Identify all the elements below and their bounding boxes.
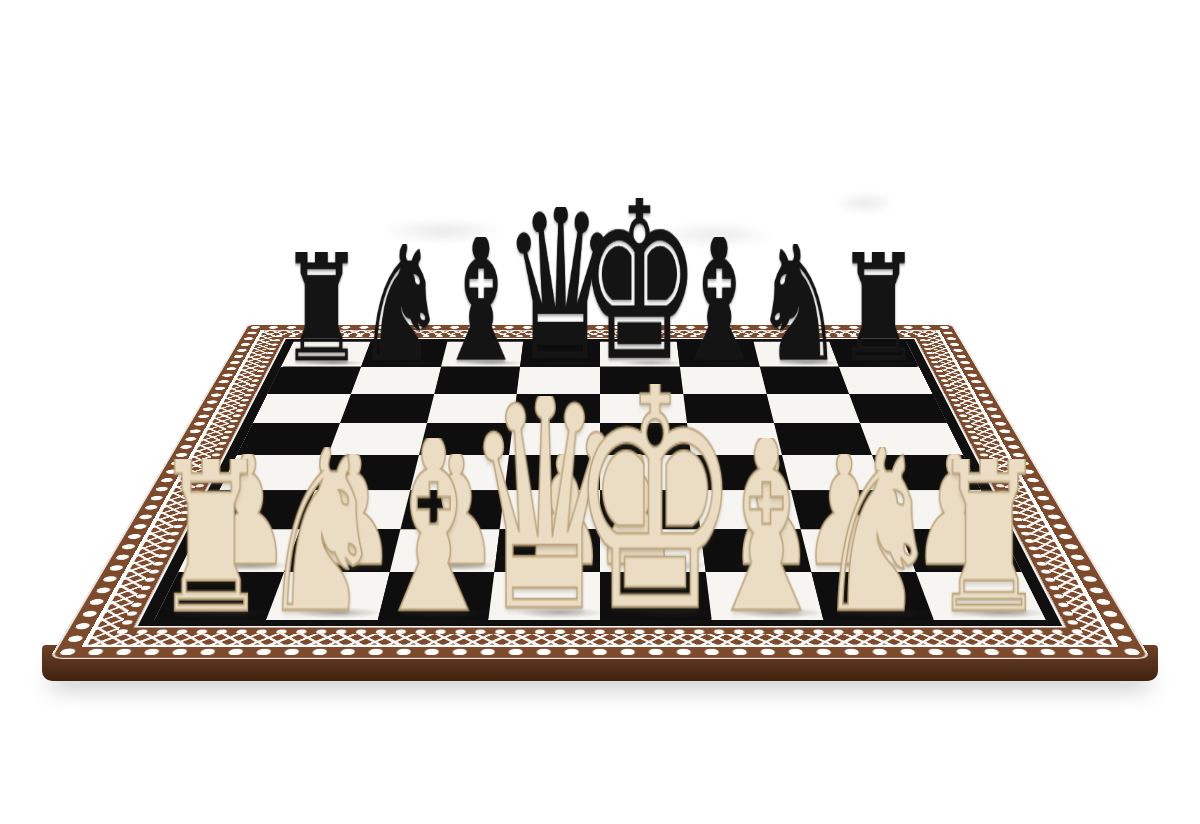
piece-white-bishop-c1[interactable]: ♝ (368, 438, 500, 617)
square-f1[interactable]: ♝ (705, 572, 822, 620)
frame-inlay-leaf-band: ♜♞♝♛♚♝♞♜♟♟♟♟♟♟♟♟♜♞♝♛♚♝♞♜ (85, 330, 1116, 646)
square-g8[interactable]: ♞ (753, 342, 839, 367)
chessboard-grid: ♜♞♝♛♚♝♞♜♟♟♟♟♟♟♟♟♜♞♝♛♚♝♞♜ (154, 342, 1045, 620)
piece-white-bishop-f1[interactable]: ♝ (701, 438, 833, 617)
piece-black-knight-g8[interactable]: ♞ (754, 244, 843, 365)
piece-black-rook-a8[interactable]: ♜ (280, 252, 363, 365)
playfield-edging: ♜♞♝♛♚♝♞♜♟♟♟♟♟♟♟♟♜♞♝♛♚♝♞♜ (138, 339, 1063, 626)
square-e1[interactable]: ♚ (600, 572, 711, 620)
piece-black-rook-h8[interactable]: ♜ (837, 252, 920, 365)
square-h7[interactable] (839, 367, 932, 394)
square-h8[interactable]: ♜ (830, 342, 919, 367)
square-a7[interactable] (268, 367, 361, 394)
board-perspective-wrap: ♜♞♝♛♚♝♞♜♟♟♟♟♟♟♟♟♜♞♝♛♚♝♞♜ (0, 0, 1200, 824)
piece-white-rook-a1[interactable]: ♜ (154, 459, 270, 616)
piece-white-rook-h1[interactable]: ♜ (931, 459, 1047, 616)
square-g1[interactable]: ♞ (811, 572, 934, 620)
square-c1[interactable]: ♝ (377, 572, 494, 620)
square-a8[interactable]: ♜ (281, 342, 370, 367)
board-frame: ♜♞♝♛♚♝♞♜♟♟♟♟♟♟♟♟♜♞♝♛♚♝♞♜ (49, 325, 1151, 659)
piece-white-knight-b1[interactable]: ♞ (260, 447, 385, 616)
frame-inlay-inner-diamond-band: ♜♞♝♛♚♝♞♜♟♟♟♟♟♟♟♟♜♞♝♛♚♝♞♜ (116, 335, 1084, 634)
board-tilt-plane: ♜♞♝♛♚♝♞♜♟♟♟♟♟♟♟♟♜♞♝♛♚♝♞♜ (49, 325, 1151, 659)
frame-inlay-outer-diamond-band: ♜♞♝♛♚♝♞♜♟♟♟♟♟♟♟♟♜♞♝♛♚♝♞♜ (59, 326, 1141, 655)
piece-white-knight-g1[interactable]: ♞ (815, 447, 940, 616)
piece-black-knight-b8[interactable]: ♞ (357, 244, 446, 365)
chess-product-photo: ♜♞♝♛♚♝♞♜♟♟♟♟♟♟♟♟♜♞♝♛♚♝♞♜ (0, 0, 1200, 824)
